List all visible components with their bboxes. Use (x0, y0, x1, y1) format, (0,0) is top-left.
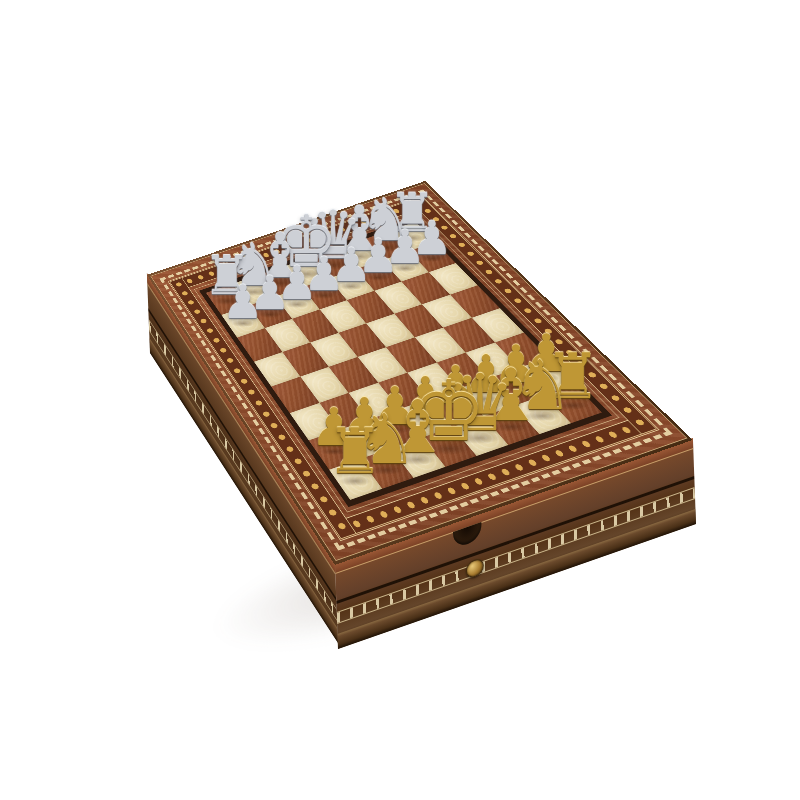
piece-silver-pawn-h7[interactable]: ♟ (220, 279, 266, 325)
pieces-layer: ♜♞♝♛♚♝♞♜♟♟♟♟♟♟♟♟♟♟♟♟♟♟♟♟♜♞♝♛♚♝♞♜ (0, 0, 800, 800)
chess-set-photo: ♜♞♝♛♚♝♞♜♟♟♟♟♟♟♟♟♟♟♟♟♟♟♟♟♜♞♝♛♚♝♞♜ (0, 0, 800, 800)
drawer-knob[interactable] (465, 556, 484, 579)
piece-gold-rook-h1[interactable]: ♜ (324, 421, 387, 484)
